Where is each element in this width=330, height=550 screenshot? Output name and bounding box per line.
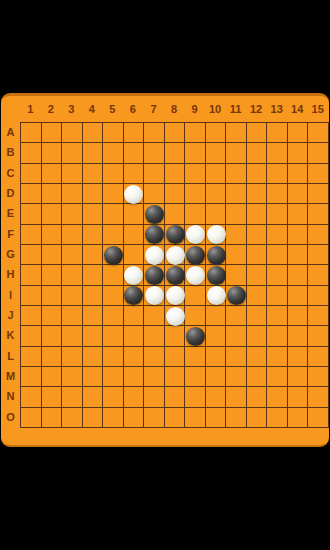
board-cell[interactable] (247, 347, 268, 367)
column-label: 12 (246, 97, 267, 121)
board-cell[interactable] (185, 408, 206, 428)
board-cell[interactable] (308, 143, 329, 163)
board-cell[interactable] (42, 367, 63, 387)
board-cell[interactable] (288, 387, 309, 407)
board-cell[interactable] (144, 123, 165, 143)
board-cell[interactable] (62, 164, 83, 184)
board-cell[interactable] (267, 326, 288, 346)
board-cell[interactable] (185, 164, 206, 184)
board-cell[interactable] (83, 225, 104, 245)
board-cell[interactable] (247, 306, 268, 326)
board-cell[interactable] (103, 164, 124, 184)
board-cell[interactable] (226, 164, 247, 184)
black-stone (186, 246, 205, 265)
board-cell[interactable] (144, 306, 165, 326)
board-cell[interactable] (247, 265, 268, 285)
board-cell[interactable] (103, 387, 124, 407)
board-cell[interactable] (62, 204, 83, 224)
board-cell[interactable] (206, 347, 227, 367)
board-cell[interactable] (247, 245, 268, 265)
board-cell[interactable] (226, 367, 247, 387)
board-cell[interactable] (83, 184, 104, 204)
board-cell[interactable] (206, 123, 227, 143)
board-cell[interactable] (226, 245, 247, 265)
board-cell[interactable] (247, 164, 268, 184)
board-cell[interactable] (124, 306, 145, 326)
board-cell[interactable] (62, 326, 83, 346)
board-cell[interactable] (308, 387, 329, 407)
board-cell[interactable] (124, 245, 145, 265)
board-cell[interactable] (247, 184, 268, 204)
board-cell[interactable] (308, 123, 329, 143)
board-cell[interactable] (288, 347, 309, 367)
board-cell[interactable] (124, 164, 145, 184)
board-cell[interactable] (62, 184, 83, 204)
board-grid[interactable] (20, 122, 329, 428)
board-cell[interactable] (21, 123, 42, 143)
column-label: 10 (205, 97, 226, 121)
board-cell[interactable] (185, 306, 206, 326)
column-label: 9 (184, 97, 205, 121)
board-cell[interactable] (83, 326, 104, 346)
column-label: 15 (307, 97, 328, 121)
board-cell[interactable] (144, 347, 165, 367)
board-cell[interactable] (21, 387, 42, 407)
board-cell[interactable] (308, 306, 329, 326)
board-cell[interactable] (144, 184, 165, 204)
board-cell[interactable] (206, 164, 227, 184)
board-cell[interactable] (206, 306, 227, 326)
board-cell[interactable] (42, 245, 63, 265)
board-cell[interactable] (21, 164, 42, 184)
board-cell[interactable] (288, 286, 309, 306)
board-cell[interactable] (267, 367, 288, 387)
board-cell[interactable] (103, 265, 124, 285)
bottom-black-bar (0, 447, 330, 550)
board-cell[interactable] (288, 164, 309, 184)
board-cell[interactable] (21, 225, 42, 245)
board-cell[interactable] (42, 143, 63, 163)
row-label: F (1, 224, 20, 244)
board-cell[interactable] (62, 123, 83, 143)
board-cell[interactable] (247, 408, 268, 428)
board-cell[interactable] (62, 347, 83, 367)
column-label: 1 (20, 97, 41, 121)
row-label: K (1, 325, 20, 345)
board-cell[interactable] (124, 123, 145, 143)
board-cell[interactable] (144, 143, 165, 163)
board-cell[interactable] (247, 123, 268, 143)
board-cell[interactable] (308, 286, 329, 306)
board-cell[interactable] (103, 204, 124, 224)
board-cell[interactable] (62, 265, 83, 285)
board-cell[interactable] (247, 387, 268, 407)
board-cell[interactable] (308, 408, 329, 428)
board-cell[interactable] (83, 123, 104, 143)
board-cell[interactable] (124, 326, 145, 346)
board-cell[interactable] (165, 326, 186, 346)
board-cell[interactable] (185, 143, 206, 163)
board-cell[interactable] (103, 143, 124, 163)
board-cell[interactable] (103, 225, 124, 245)
board-cell[interactable] (288, 143, 309, 163)
board-cell[interactable] (267, 164, 288, 184)
board-cell[interactable] (21, 347, 42, 367)
black-stone (145, 266, 164, 285)
board-cell[interactable] (308, 204, 329, 224)
board-cell[interactable] (206, 326, 227, 346)
board-cell[interactable] (21, 326, 42, 346)
row-label: D (1, 183, 20, 203)
row-label: B (1, 142, 20, 162)
board-cell[interactable] (103, 184, 124, 204)
board-cell[interactable] (62, 387, 83, 407)
white-stone (166, 246, 185, 265)
column-label: 6 (123, 97, 144, 121)
white-stone (124, 185, 143, 204)
board-cell[interactable] (288, 326, 309, 346)
column-label: 4 (82, 97, 103, 121)
board-cell[interactable] (103, 326, 124, 346)
board-cell[interactable] (226, 306, 247, 326)
board-cell[interactable] (288, 204, 309, 224)
board-cell[interactable] (165, 123, 186, 143)
board-cell[interactable] (308, 367, 329, 387)
board-cell[interactable] (62, 225, 83, 245)
board-cell[interactable] (124, 225, 145, 245)
white-stone (207, 286, 226, 305)
board-cell[interactable] (42, 408, 63, 428)
board-cell[interactable] (226, 184, 247, 204)
row-label: O (1, 407, 20, 427)
board-cell[interactable] (42, 347, 63, 367)
column-label: 7 (143, 97, 164, 121)
board-cell[interactable] (124, 204, 145, 224)
board-cell[interactable] (185, 387, 206, 407)
game-board-panel: 123456789101112131415 ABCDEFGHIJKLMNO (1, 93, 329, 447)
board-cell[interactable] (267, 245, 288, 265)
board-cell[interactable] (42, 286, 63, 306)
column-label: 14 (287, 97, 308, 121)
board-cell[interactable] (21, 306, 42, 326)
board-cell[interactable] (226, 347, 247, 367)
board-cell[interactable] (83, 143, 104, 163)
board-cell[interactable] (103, 347, 124, 367)
board-cell[interactable] (267, 225, 288, 245)
white-stone (145, 246, 164, 265)
board-cell[interactable] (267, 204, 288, 224)
board-cell[interactable] (124, 367, 145, 387)
row-label: A (1, 122, 20, 142)
board-cell[interactable] (247, 286, 268, 306)
board-cell[interactable] (247, 326, 268, 346)
board-cell[interactable] (103, 306, 124, 326)
board-cell[interactable] (42, 204, 63, 224)
board-cell[interactable] (62, 286, 83, 306)
board-cell[interactable] (42, 164, 63, 184)
board-cell[interactable] (165, 367, 186, 387)
board-cell[interactable] (267, 184, 288, 204)
board-cell[interactable] (165, 143, 186, 163)
column-label: 13 (266, 97, 287, 121)
board-cell[interactable] (21, 245, 42, 265)
board-cell[interactable] (226, 387, 247, 407)
board-cell[interactable] (62, 408, 83, 428)
board-cell[interactable] (288, 184, 309, 204)
board-cell[interactable] (267, 408, 288, 428)
board-cell[interactable] (206, 204, 227, 224)
board-cell[interactable] (42, 184, 63, 204)
board-cell[interactable] (62, 306, 83, 326)
board-cell[interactable] (226, 123, 247, 143)
board-cell[interactable] (226, 225, 247, 245)
board-cell[interactable] (267, 387, 288, 407)
board-cell[interactable] (83, 367, 104, 387)
board-cell[interactable] (165, 184, 186, 204)
board-cell[interactable] (165, 387, 186, 407)
row-label: N (1, 386, 20, 406)
board-cell[interactable] (21, 184, 42, 204)
row-labels: ABCDEFGHIJKLMNO (1, 122, 20, 427)
row-label: E (1, 203, 20, 223)
board-cell[interactable] (185, 347, 206, 367)
board-cell[interactable] (21, 204, 42, 224)
board-cell[interactable] (42, 225, 63, 245)
board-cell[interactable] (308, 265, 329, 285)
board-cell[interactable] (308, 245, 329, 265)
board-cell[interactable] (288, 225, 309, 245)
board-cell[interactable] (267, 143, 288, 163)
black-stone (186, 327, 205, 346)
board-cell[interactable] (308, 347, 329, 367)
board-cell[interactable] (226, 408, 247, 428)
board-cell[interactable] (267, 347, 288, 367)
row-label: G (1, 244, 20, 264)
white-stone (207, 225, 226, 244)
board-cell[interactable] (103, 408, 124, 428)
board-cell[interactable] (206, 184, 227, 204)
board-cell[interactable] (83, 408, 104, 428)
board-cell[interactable] (21, 286, 42, 306)
board-cell[interactable] (206, 387, 227, 407)
board-cell[interactable] (185, 123, 206, 143)
board-cell[interactable] (247, 225, 268, 245)
board-cell[interactable] (226, 204, 247, 224)
board-cell[interactable] (165, 347, 186, 367)
board-cell[interactable] (288, 245, 309, 265)
board-cell[interactable] (83, 164, 104, 184)
black-stone (207, 246, 226, 265)
board-cell[interactable] (165, 408, 186, 428)
board-cell[interactable] (103, 367, 124, 387)
board-cell[interactable] (144, 164, 165, 184)
board-cell[interactable] (206, 367, 227, 387)
column-label: 2 (41, 97, 62, 121)
board-cell[interactable] (267, 265, 288, 285)
board-cell[interactable] (83, 286, 104, 306)
column-label: 3 (61, 97, 82, 121)
board-cell[interactable] (267, 306, 288, 326)
board-cell[interactable] (124, 387, 145, 407)
board-cell[interactable] (83, 347, 104, 367)
board-cell[interactable] (124, 408, 145, 428)
board-cell[interactable] (124, 347, 145, 367)
black-stone (145, 205, 164, 224)
board-cell[interactable] (103, 123, 124, 143)
board-cell[interactable] (124, 143, 145, 163)
board-cell[interactable] (165, 164, 186, 184)
board-cell[interactable] (308, 164, 329, 184)
row-label: L (1, 346, 20, 366)
black-stone (166, 266, 185, 285)
board-cell[interactable] (308, 184, 329, 204)
board-cell[interactable] (62, 245, 83, 265)
white-stone (186, 266, 205, 285)
board-cell[interactable] (144, 326, 165, 346)
board-cell[interactable] (144, 367, 165, 387)
column-label: 11 (225, 97, 246, 121)
board-cell[interactable] (83, 306, 104, 326)
board-cell[interactable] (42, 387, 63, 407)
row-label: H (1, 264, 20, 284)
board-cell[interactable] (185, 184, 206, 204)
row-label: I (1, 285, 20, 305)
board-cell[interactable] (21, 408, 42, 428)
board-cell[interactable] (83, 387, 104, 407)
board-cell[interactable] (247, 143, 268, 163)
row-label: C (1, 163, 20, 183)
board-cell[interactable] (206, 408, 227, 428)
white-stone (166, 286, 185, 305)
board-cell[interactable] (288, 265, 309, 285)
board-cell[interactable] (165, 204, 186, 224)
black-stone (207, 266, 226, 285)
board-cell[interactable] (226, 143, 247, 163)
board-cell[interactable] (185, 286, 206, 306)
board-cell[interactable] (144, 408, 165, 428)
black-stone (166, 225, 185, 244)
board-cell[interactable] (42, 326, 63, 346)
board-cell[interactable] (185, 204, 206, 224)
column-labels: 123456789101112131415 (20, 97, 328, 121)
board-cell[interactable] (21, 367, 42, 387)
board-cell[interactable] (83, 265, 104, 285)
board-cell[interactable] (226, 265, 247, 285)
board-cell[interactable] (83, 245, 104, 265)
white-stone (166, 307, 185, 326)
board-cell[interactable] (144, 387, 165, 407)
board-cell[interactable] (42, 265, 63, 285)
board-cell[interactable] (21, 143, 42, 163)
board-cell[interactable] (288, 367, 309, 387)
board-cell[interactable] (288, 123, 309, 143)
board-cell[interactable] (21, 265, 42, 285)
board-cell[interactable] (103, 286, 124, 306)
top-black-bar (0, 0, 330, 93)
board-cell[interactable] (226, 326, 247, 346)
board-cell[interactable] (267, 286, 288, 306)
board-cell[interactable] (42, 306, 63, 326)
row-label: J (1, 305, 20, 325)
board-cell[interactable] (308, 225, 329, 245)
board-cell[interactable] (247, 367, 268, 387)
board-cell[interactable] (185, 367, 206, 387)
board-cell[interactable] (267, 123, 288, 143)
row-label: M (1, 366, 20, 386)
column-label: 5 (102, 97, 123, 121)
board-cell[interactable] (288, 408, 309, 428)
board-cell[interactable] (83, 204, 104, 224)
board-cell[interactable] (42, 123, 63, 143)
board-cell[interactable] (62, 367, 83, 387)
board-cell[interactable] (247, 204, 268, 224)
board-cell[interactable] (308, 326, 329, 346)
black-stone (104, 246, 123, 265)
board-cell[interactable] (62, 143, 83, 163)
board-cell[interactable] (288, 306, 309, 326)
board-cell[interactable] (206, 143, 227, 163)
column-label: 8 (164, 97, 185, 121)
